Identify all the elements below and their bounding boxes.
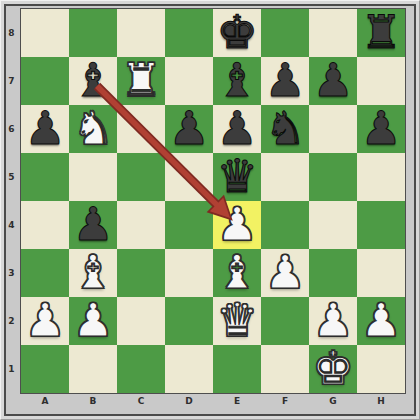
square-f7[interactable]: ♟ [261, 57, 309, 105]
square-c1[interactable] [117, 345, 165, 393]
square-c5[interactable] [117, 153, 165, 201]
square-g6[interactable] [309, 105, 357, 153]
square-c6[interactable] [117, 105, 165, 153]
square-d3[interactable] [165, 249, 213, 297]
square-g3[interactable] [309, 249, 357, 297]
square-d7[interactable] [165, 57, 213, 105]
piece-black-queen[interactable]: ♛ [213, 153, 261, 201]
square-f4[interactable] [261, 201, 309, 249]
piece-black-pawn[interactable]: ♟ [309, 57, 357, 105]
file-label-e: E [213, 394, 261, 408]
square-e7[interactable]: ♝ [213, 57, 261, 105]
file-label-h: H [357, 394, 405, 408]
square-c8[interactable] [117, 9, 165, 57]
piece-white-pawn[interactable]: ♟ [309, 297, 357, 345]
square-h3[interactable] [357, 249, 405, 297]
rank-label-1: 1 [4, 345, 19, 393]
square-h5[interactable] [357, 153, 405, 201]
square-h6[interactable]: ♟ [357, 105, 405, 153]
square-d2[interactable] [165, 297, 213, 345]
piece-white-pawn[interactable]: ♟ [357, 297, 405, 345]
square-e6[interactable]: ♟ [213, 105, 261, 153]
square-h8[interactable]: ♜ [357, 9, 405, 57]
rank-label-3: 3 [4, 249, 19, 297]
piece-white-knight[interactable]: ♞ [69, 105, 117, 153]
rank-label-8: 8 [4, 9, 19, 57]
rank-label-2: 2 [4, 297, 19, 345]
piece-black-pawn[interactable]: ♟ [21, 105, 69, 153]
piece-white-pawn[interactable]: ♟ [261, 249, 309, 297]
piece-white-king[interactable]: ♚ [309, 345, 357, 393]
square-h7[interactable] [357, 57, 405, 105]
square-g7[interactable]: ♟ [309, 57, 357, 105]
square-f2[interactable] [261, 297, 309, 345]
file-label-g: G [309, 394, 357, 408]
square-g1[interactable]: ♚ [309, 345, 357, 393]
square-b8[interactable] [69, 9, 117, 57]
rank-label-7: 7 [4, 57, 19, 105]
piece-black-pawn[interactable]: ♟ [357, 105, 405, 153]
chess-board[interactable]: ♚♜♝♜♝♟♟♟♞♟♟♞♟♛♟♟♝♝♟♟♟♛♟♟♚ [21, 9, 405, 393]
rank-label-5: 5 [4, 153, 19, 201]
square-f5[interactable] [261, 153, 309, 201]
piece-white-bishop[interactable]: ♝ [69, 249, 117, 297]
square-a6[interactable]: ♟ [21, 105, 69, 153]
square-a1[interactable] [21, 345, 69, 393]
square-g5[interactable] [309, 153, 357, 201]
piece-white-rook[interactable]: ♜ [117, 57, 165, 105]
square-d6[interactable]: ♟ [165, 105, 213, 153]
piece-black-pawn[interactable]: ♟ [165, 105, 213, 153]
square-a8[interactable] [21, 9, 69, 57]
square-f1[interactable] [261, 345, 309, 393]
square-b1[interactable] [69, 345, 117, 393]
square-a7[interactable] [21, 57, 69, 105]
square-f6[interactable]: ♞ [261, 105, 309, 153]
piece-white-bishop[interactable]: ♝ [213, 249, 261, 297]
square-c2[interactable] [117, 297, 165, 345]
square-d8[interactable] [165, 9, 213, 57]
rank-labels: 87654321 [4, 9, 19, 393]
square-g2[interactable]: ♟ [309, 297, 357, 345]
square-f8[interactable] [261, 9, 309, 57]
piece-black-pawn[interactable]: ♟ [69, 201, 117, 249]
square-c4[interactable] [117, 201, 165, 249]
piece-black-bishop[interactable]: ♝ [213, 57, 261, 105]
square-c7[interactable]: ♜ [117, 57, 165, 105]
piece-white-pawn[interactable]: ♟ [69, 297, 117, 345]
piece-black-pawn[interactable]: ♟ [213, 105, 261, 153]
square-h4[interactable] [357, 201, 405, 249]
square-a4[interactable] [21, 201, 69, 249]
piece-white-queen[interactable]: ♛ [213, 297, 261, 345]
file-label-d: D [165, 394, 213, 408]
square-a3[interactable] [21, 249, 69, 297]
square-h2[interactable]: ♟ [357, 297, 405, 345]
file-label-c: C [117, 394, 165, 408]
square-e1[interactable] [213, 345, 261, 393]
square-b5[interactable] [69, 153, 117, 201]
square-e5[interactable]: ♛ [213, 153, 261, 201]
square-f3[interactable]: ♟ [261, 249, 309, 297]
square-e8[interactable]: ♚ [213, 9, 261, 57]
piece-white-pawn[interactable]: ♟ [21, 297, 69, 345]
piece-black-rook[interactable]: ♜ [357, 9, 405, 57]
file-labels: ABCDEFGH [21, 394, 405, 408]
square-g8[interactable] [309, 9, 357, 57]
rank-label-6: 6 [4, 105, 19, 153]
square-a5[interactable] [21, 153, 69, 201]
square-g4[interactable] [309, 201, 357, 249]
file-label-f: F [261, 394, 309, 408]
piece-black-knight[interactable]: ♞ [261, 105, 309, 153]
piece-black-pawn[interactable]: ♟ [261, 57, 309, 105]
square-a2[interactable]: ♟ [21, 297, 69, 345]
square-d1[interactable] [165, 345, 213, 393]
square-b6[interactable]: ♞ [69, 105, 117, 153]
rank-label-4: 4 [4, 201, 19, 249]
square-d5[interactable] [165, 153, 213, 201]
square-c3[interactable] [117, 249, 165, 297]
file-label-a: A [21, 394, 69, 408]
square-b4[interactable]: ♟ [69, 201, 117, 249]
square-d4[interactable] [165, 201, 213, 249]
piece-black-bishop[interactable]: ♝ [69, 57, 117, 105]
square-h1[interactable] [357, 345, 405, 393]
square-b7[interactable]: ♝ [69, 57, 117, 105]
square-b3[interactable]: ♝ [69, 249, 117, 297]
square-e4[interactable]: ♟ [213, 201, 261, 249]
piece-black-king[interactable]: ♚ [213, 9, 261, 57]
square-b2[interactable]: ♟ [69, 297, 117, 345]
square-e2[interactable]: ♛ [213, 297, 261, 345]
file-label-b: B [69, 394, 117, 408]
piece-white-pawn[interactable]: ♟ [213, 201, 261, 249]
square-e3[interactable]: ♝ [213, 249, 261, 297]
